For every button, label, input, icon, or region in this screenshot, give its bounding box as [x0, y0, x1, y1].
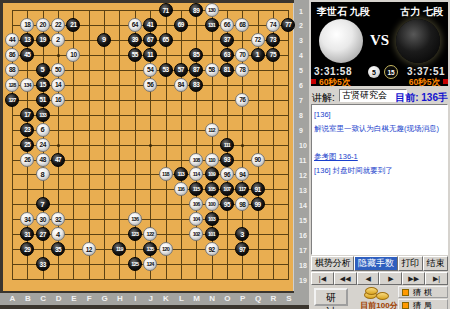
- stone-black-67[interactable]: 67: [143, 33, 157, 47]
- star-point: [241, 144, 244, 147]
- stone-black-55[interactable]: 55: [128, 48, 142, 62]
- guess-game-button[interactable]: 猜局: [398, 299, 448, 309]
- stone-white-120[interactable]: 120: [159, 242, 173, 256]
- stone-black-71[interactable]: 71: [159, 3, 173, 17]
- discuss-button[interactable]: 研讨: [314, 288, 348, 306]
- row-label: 19: [299, 276, 307, 283]
- row-label: 15: [299, 216, 307, 223]
- column-label: S: [286, 294, 291, 303]
- stone-white-128[interactable]: 128: [5, 78, 19, 92]
- stone-black-87[interactable]: 87: [189, 63, 203, 77]
- stone-white-134[interactable]: 134: [20, 78, 34, 92]
- white-player-name: 李世石 九段: [317, 5, 370, 19]
- stone-black-81[interactable]: 81: [220, 63, 234, 77]
- stone-white-112[interactable]: 112: [205, 123, 219, 137]
- stone-black-123[interactable]: 123: [128, 227, 142, 241]
- row-label: 11: [299, 157, 306, 164]
- grid-line-v: [288, 10, 289, 280]
- orange-bullet-icon: [402, 289, 409, 296]
- stone-black-75[interactable]: 75: [266, 48, 280, 62]
- black-captures-count: 15: [384, 65, 398, 79]
- stone-white-16[interactable]: 16: [51, 93, 65, 107]
- row-label: 7: [299, 97, 303, 104]
- stone-white-108[interactable]: 108: [189, 153, 203, 167]
- stone-black-103[interactable]: 103: [205, 212, 219, 226]
- app-window: ABCDEFGHIJKLMNOPQRS123456789101112131415…: [0, 0, 450, 309]
- column-label: I: [134, 294, 136, 303]
- stone-black-9[interactable]: 9: [97, 33, 111, 47]
- vcr-controls: |◀◀◀◀▶▶▶▶|: [311, 272, 448, 285]
- fast-forward-button[interactable]: ▶▶: [402, 272, 425, 285]
- white-captures-count: 5: [368, 66, 380, 78]
- stone-white-2[interactable]: 2: [51, 33, 65, 47]
- forward-button[interactable]: ▶: [379, 272, 402, 285]
- stone-white-76[interactable]: 76: [235, 93, 249, 107]
- stone-white-88[interactable]: 88: [5, 63, 19, 77]
- row-label: 5: [299, 67, 303, 74]
- guess-buttons: 猜棋 猜局: [398, 286, 448, 309]
- commentary-messages[interactable]: [136]解说室里一致认为白棋无趣(现场消息)参考图 136-1[136] 封盘…: [311, 104, 448, 255]
- row-label: 6: [299, 82, 303, 89]
- stone-white-48[interactable]: 48: [36, 153, 50, 167]
- fast-back-button[interactable]: ◀◀: [334, 272, 357, 285]
- stone-black-47[interactable]: 47: [51, 153, 65, 167]
- stone-black-127[interactable]: 127: [5, 93, 19, 107]
- column-label: B: [25, 294, 31, 303]
- column-label: A: [10, 294, 16, 303]
- commentary-message: [136]: [314, 108, 445, 122]
- stone-black-69[interactable]: 69: [174, 18, 188, 32]
- reference-diagram-link[interactable]: 参考图 136-1: [314, 150, 445, 164]
- column-label: C: [40, 294, 46, 303]
- mode-button-隐藏手数[interactable]: 隐藏手数: [354, 256, 397, 271]
- stone-black-19[interactable]: 19: [36, 33, 50, 47]
- stone-black-101[interactable]: 101: [205, 227, 219, 241]
- stone-white-54[interactable]: 54: [143, 63, 157, 77]
- column-label: Q: [255, 294, 261, 303]
- stone-white-110[interactable]: 110: [205, 153, 219, 167]
- stone-white-136[interactable]: 136: [128, 212, 142, 226]
- stone-black-7[interactable]: 7: [36, 197, 50, 211]
- commentary-message: 解说室里一致认为白棋无趣(现场消息): [314, 122, 445, 136]
- stone-black-53[interactable]: 53: [159, 63, 173, 77]
- stone-black-91[interactable]: 91: [251, 182, 265, 196]
- stone-black-125[interactable]: 125: [128, 257, 142, 271]
- column-label: H: [117, 294, 123, 303]
- stone-black-33[interactable]: 33: [36, 257, 50, 271]
- stone-white-92[interactable]: 92: [205, 242, 219, 256]
- stone-black-131[interactable]: 131: [205, 18, 219, 32]
- star-point: [149, 144, 152, 147]
- column-label: R: [271, 294, 277, 303]
- stone-white-74[interactable]: 74: [266, 18, 280, 32]
- commentary-label: 讲解:: [312, 91, 335, 105]
- stone-white-14[interactable]: 14: [51, 78, 65, 92]
- column-label: K: [163, 294, 169, 303]
- stone-white-78[interactable]: 78: [235, 63, 249, 77]
- stone-white-30[interactable]: 30: [36, 212, 50, 226]
- players-card: 李世石 九段 古力 七段 VS 3:31:58 5 15 3:37:51 60秒…: [311, 2, 448, 86]
- column-label: N: [209, 294, 215, 303]
- stone-black-57[interactable]: 57: [174, 63, 188, 77]
- mode-button-棋势分析[interactable]: 棋势分析: [311, 256, 354, 271]
- stone-black-65[interactable]: 65: [159, 33, 173, 47]
- stone-black-15[interactable]: 15: [36, 78, 50, 92]
- stone-white-20[interactable]: 20: [36, 18, 50, 32]
- stone-white-58[interactable]: 58: [205, 63, 219, 77]
- stone-black-85[interactable]: 85: [189, 48, 203, 62]
- row-label: 8: [299, 112, 303, 119]
- stone-black-27[interactable]: 27: [36, 227, 50, 241]
- stone-white-66[interactable]: 66: [220, 18, 234, 32]
- black-byoyomi-indicator: [443, 79, 448, 84]
- mode-button-结束[interactable]: 结束: [423, 256, 448, 271]
- stone-black-23[interactable]: 23: [20, 123, 34, 137]
- bottom-toolbar: 研讨 目前100分 猜棋 猜局: [309, 285, 450, 309]
- stone-black-93[interactable]: 93: [220, 153, 234, 167]
- mode-buttons: 棋势分析隐藏手数打印结束: [311, 256, 448, 271]
- column-label: E: [71, 294, 76, 303]
- row-label: 18: [299, 261, 307, 268]
- side-panel: 李世石 九段 古力 七段 VS 3:31:58 5 15 3:37:51 60秒…: [309, 0, 450, 309]
- column-label: D: [56, 294, 62, 303]
- stone-white-64[interactable]: 64: [128, 18, 142, 32]
- stone-black-83[interactable]: 83: [189, 78, 203, 92]
- stone-white-50[interactable]: 50: [51, 63, 65, 77]
- stone-white-44[interactable]: 44: [5, 33, 19, 47]
- stone-black-39[interactable]: 39: [128, 33, 142, 47]
- stone-black-51[interactable]: 51: [36, 93, 50, 107]
- stone-white-56[interactable]: 56: [143, 78, 157, 92]
- stone-white-72[interactable]: 72: [251, 33, 265, 47]
- white-clock: 3:31:58: [314, 66, 352, 77]
- row-label: 10: [299, 142, 307, 149]
- stone-black-41[interactable]: 41: [143, 18, 157, 32]
- row-label: 2: [299, 22, 303, 29]
- black-stone-avatar: [396, 19, 440, 63]
- stone-black-133[interactable]: 133: [36, 108, 50, 122]
- stone-white-130[interactable]: 130: [205, 3, 219, 17]
- stone-black-73[interactable]: 73: [266, 33, 280, 47]
- stone-black-37[interactable]: 37: [220, 33, 234, 47]
- column-label: G: [101, 294, 107, 303]
- mode-button-打印[interactable]: 打印: [398, 256, 423, 271]
- stone-white-24[interactable]: 24: [36, 138, 50, 152]
- stone-black-25[interactable]: 25: [20, 138, 34, 152]
- board-panel: ABCDEFGHIJKLMNOPQRS123456789101112131415…: [0, 0, 309, 309]
- stone-white-118[interactable]: 118: [159, 167, 173, 181]
- stone-white-70[interactable]: 70: [235, 48, 249, 62]
- grid-line-h: [12, 279, 289, 280]
- grid-line-v: [181, 10, 182, 280]
- row-label: 9: [299, 127, 303, 134]
- coins-icon: [364, 286, 394, 299]
- column-label: M: [193, 294, 200, 303]
- column-label: L: [179, 294, 184, 303]
- column-label: O: [224, 294, 230, 303]
- stone-white-6[interactable]: 6: [36, 123, 50, 137]
- column-label: P: [240, 294, 245, 303]
- first-move-button[interactable]: |◀: [311, 272, 334, 285]
- row-label: 3: [299, 37, 303, 44]
- current-move-label: 目前: 136手: [395, 91, 448, 105]
- commentary-message: [314, 136, 445, 150]
- stone-black-99[interactable]: 99: [251, 197, 265, 211]
- back-button[interactable]: ◀: [357, 272, 380, 285]
- stone-black-63[interactable]: 63: [220, 48, 234, 62]
- black-clock: 3:37:51: [407, 66, 445, 77]
- stone-white-90[interactable]: 90: [251, 153, 265, 167]
- commentary-row: 讲解: 目前: 136手: [309, 88, 450, 104]
- stone-black-1[interactable]: 1: [251, 48, 265, 62]
- column-label: F: [87, 294, 92, 303]
- row-label: 12: [299, 171, 307, 178]
- guess-move-button[interactable]: 猜棋: [398, 286, 448, 298]
- black-player-name: 古力 七段: [400, 5, 443, 19]
- stone-white-26[interactable]: 26: [20, 153, 34, 167]
- row-label: 14: [299, 201, 307, 208]
- column-label: J: [148, 294, 152, 303]
- white-byoyomi-indicator: [311, 79, 316, 84]
- stone-black-111[interactable]: 111: [220, 138, 234, 152]
- star-point: [57, 144, 60, 147]
- stone-black-105[interactable]: 105: [205, 182, 219, 196]
- stone-white-84[interactable]: 84: [174, 78, 188, 92]
- last-move-button[interactable]: ▶|: [425, 272, 448, 285]
- star-point: [57, 54, 60, 57]
- row-label: 16: [299, 231, 307, 238]
- commentary-message: [136] 封盘时间就要到了: [314, 164, 445, 178]
- stone-white-12[interactable]: 12: [82, 242, 96, 256]
- grid-line-v: [166, 10, 167, 280]
- stone-black-5[interactable]: 5: [36, 63, 50, 77]
- orange-bullet-icon: [402, 302, 409, 309]
- stone-white-86[interactable]: 86: [5, 48, 19, 62]
- row-labels-strip: [294, 0, 309, 305]
- stone-white-100[interactable]: 100: [205, 197, 219, 211]
- stone-black-17[interactable]: 17: [20, 108, 34, 122]
- stone-black-109[interactable]: 109: [205, 167, 219, 181]
- stone-black-11[interactable]: 11: [143, 48, 157, 62]
- row-label: 13: [299, 186, 307, 193]
- row-label: 17: [299, 246, 307, 253]
- stone-white-22[interactable]: 22: [51, 18, 65, 32]
- row-label: 1: [299, 7, 303, 14]
- row-label: 4: [299, 52, 303, 59]
